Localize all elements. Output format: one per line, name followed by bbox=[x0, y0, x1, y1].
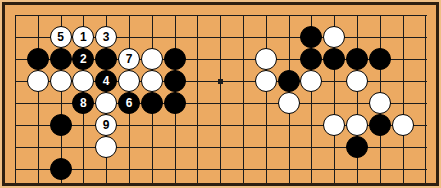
go-stone-white-move-1: 1 bbox=[72, 26, 94, 48]
go-stone-black bbox=[346, 48, 368, 70]
go-stone-black bbox=[95, 48, 117, 70]
go-stone-white bbox=[50, 70, 72, 92]
go-stone-white bbox=[95, 136, 117, 158]
go-stone-black bbox=[141, 92, 163, 114]
go-stone-black bbox=[50, 114, 72, 136]
go-stone-black bbox=[369, 48, 391, 70]
go-stone-black-move-2: 2 bbox=[72, 48, 94, 70]
go-stone-black bbox=[300, 26, 322, 48]
go-stone-white bbox=[323, 26, 345, 48]
go-stone-white-move-5: 5 bbox=[50, 26, 72, 48]
go-stone-white bbox=[27, 70, 49, 92]
go-stone-black bbox=[164, 48, 186, 70]
go-stone-black bbox=[369, 114, 391, 136]
go-stone-black bbox=[300, 48, 322, 70]
go-stone-white bbox=[255, 70, 277, 92]
go-stone-white bbox=[72, 70, 94, 92]
go-stone-white bbox=[278, 92, 300, 114]
go-stone-black-move-4: 4 bbox=[95, 70, 117, 92]
go-board: 513274869 bbox=[5, 5, 436, 183]
go-stone-white bbox=[346, 70, 368, 92]
go-stone-black-move-8: 8 bbox=[72, 92, 94, 114]
go-stone-white bbox=[392, 114, 414, 136]
go-stone-black-move-6: 6 bbox=[118, 92, 140, 114]
go-stone-black bbox=[346, 136, 368, 158]
go-stone-white bbox=[369, 92, 391, 114]
hoshi-marker bbox=[218, 79, 223, 84]
go-stone-black bbox=[50, 48, 72, 70]
go-stone-black bbox=[50, 158, 72, 180]
stone-layer: 513274869 bbox=[5, 5, 436, 180]
go-stone-black bbox=[323, 48, 345, 70]
go-stone-black bbox=[278, 70, 300, 92]
go-stone-white bbox=[141, 48, 163, 70]
go-stone-white bbox=[95, 92, 117, 114]
go-stone-white-move-3: 3 bbox=[95, 26, 117, 48]
go-stone-white bbox=[118, 70, 140, 92]
go-stone-white bbox=[300, 70, 322, 92]
go-stone-black bbox=[27, 48, 49, 70]
go-stone-white bbox=[255, 48, 277, 70]
go-stone-white-move-7: 7 bbox=[118, 48, 140, 70]
go-stone-black bbox=[164, 92, 186, 114]
go-stone-white bbox=[346, 114, 368, 136]
board-frame: 513274869 bbox=[2, 2, 439, 186]
go-stone-white bbox=[323, 114, 345, 136]
go-stone-white-move-9: 9 bbox=[95, 114, 117, 136]
go-stone-black bbox=[164, 70, 186, 92]
go-stone-white bbox=[141, 70, 163, 92]
go-diagram: 513274869 bbox=[0, 0, 441, 188]
